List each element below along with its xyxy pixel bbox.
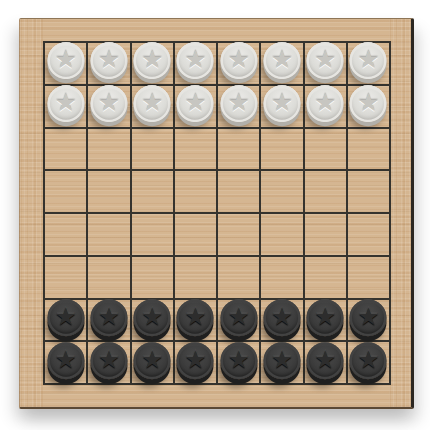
square-r2c8[interactable]: ★ [347, 85, 390, 128]
square-r4c6[interactable] [260, 170, 303, 213]
white-piece[interactable]: ★ [307, 85, 344, 122]
star-icon: ★ [98, 90, 120, 115]
white-piece[interactable]: ★ [350, 85, 387, 122]
black-piece[interactable]: ★ [263, 299, 300, 336]
square-r6c1[interactable] [44, 256, 87, 299]
square-r5c1[interactable] [44, 213, 87, 256]
square-r8c7[interactable]: ★ [304, 341, 347, 384]
square-r1c4[interactable]: ★ [174, 42, 217, 85]
star-icon: ★ [314, 304, 336, 329]
board-photo: ★★★★★★★★★★★★★★★★★★★★★★★★★★★★★★★★ [0, 0, 430, 430]
star-icon: ★ [141, 48, 163, 73]
square-r1c8[interactable]: ★ [347, 42, 390, 85]
black-piece[interactable]: ★ [90, 342, 127, 379]
square-r2c3[interactable]: ★ [131, 85, 174, 128]
square-r5c3[interactable] [131, 213, 174, 256]
black-piece[interactable]: ★ [177, 342, 214, 379]
white-piece[interactable]: ★ [350, 43, 387, 80]
star-icon: ★ [271, 48, 293, 73]
white-piece[interactable]: ★ [134, 43, 171, 80]
square-r2c4[interactable]: ★ [174, 85, 217, 128]
star-icon: ★ [141, 304, 163, 329]
square-r2c1[interactable]: ★ [44, 85, 87, 128]
star-icon: ★ [54, 90, 76, 115]
square-r6c6[interactable] [260, 256, 303, 299]
white-piece[interactable]: ★ [134, 85, 171, 122]
square-r4c1[interactable] [44, 170, 87, 213]
star-icon: ★ [184, 90, 206, 115]
square-r7c4[interactable]: ★ [174, 299, 217, 342]
star-icon: ★ [184, 304, 206, 329]
square-r1c1[interactable]: ★ [44, 42, 87, 85]
square-r3c6[interactable] [260, 128, 303, 171]
square-r5c5[interactable] [217, 213, 260, 256]
square-r6c2[interactable] [87, 256, 130, 299]
board-frame-right [389, 19, 411, 407]
square-r4c4[interactable] [174, 170, 217, 213]
black-piece[interactable]: ★ [177, 299, 214, 336]
star-icon: ★ [98, 304, 120, 329]
square-r8c8[interactable]: ★ [347, 341, 390, 384]
square-r7c6[interactable]: ★ [260, 299, 303, 342]
white-piece[interactable]: ★ [177, 85, 214, 122]
white-piece[interactable]: ★ [90, 85, 127, 122]
white-piece[interactable]: ★ [47, 43, 84, 80]
square-r7c2[interactable]: ★ [87, 299, 130, 342]
board-frame-left [20, 19, 43, 407]
star-icon: ★ [141, 347, 163, 372]
square-r8c1[interactable]: ★ [44, 341, 87, 384]
star-icon: ★ [314, 48, 336, 73]
star-icon: ★ [357, 48, 379, 73]
black-piece[interactable]: ★ [263, 342, 300, 379]
square-r3c7[interactable] [304, 128, 347, 171]
square-r6c3[interactable] [131, 256, 174, 299]
star-icon: ★ [271, 90, 293, 115]
square-r4c3[interactable] [131, 170, 174, 213]
white-piece[interactable]: ★ [220, 43, 257, 80]
square-r8c3[interactable]: ★ [131, 341, 174, 384]
board-grid: ★★★★★★★★★★★★★★★★★★★★★★★★★★★★★★★★ [43, 41, 391, 385]
star-icon: ★ [54, 304, 76, 329]
star-icon: ★ [227, 90, 249, 115]
square-r1c5[interactable]: ★ [217, 42, 260, 85]
square-r7c3[interactable]: ★ [131, 299, 174, 342]
white-piece[interactable]: ★ [47, 85, 84, 122]
white-piece[interactable]: ★ [263, 85, 300, 122]
square-r8c6[interactable]: ★ [260, 341, 303, 384]
square-r7c5[interactable]: ★ [217, 299, 260, 342]
star-icon: ★ [357, 347, 379, 372]
star-icon: ★ [314, 90, 336, 115]
square-r2c5[interactable]: ★ [217, 85, 260, 128]
square-r4c8[interactable] [347, 170, 390, 213]
square-r7c1[interactable]: ★ [44, 299, 87, 342]
square-r6c5[interactable] [217, 256, 260, 299]
black-piece[interactable]: ★ [47, 299, 84, 336]
star-icon: ★ [227, 48, 249, 73]
square-r2c7[interactable]: ★ [304, 85, 347, 128]
square-r1c2[interactable]: ★ [87, 42, 130, 85]
white-piece[interactable]: ★ [220, 85, 257, 122]
black-piece[interactable]: ★ [307, 342, 344, 379]
star-icon: ★ [227, 304, 249, 329]
square-r7c8[interactable]: ★ [347, 299, 390, 342]
star-icon: ★ [271, 304, 293, 329]
square-r5c6[interactable] [260, 213, 303, 256]
white-piece[interactable]: ★ [90, 43, 127, 80]
black-piece[interactable]: ★ [220, 342, 257, 379]
square-r6c7[interactable] [304, 256, 347, 299]
square-r1c3[interactable]: ★ [131, 42, 174, 85]
square-r3c8[interactable] [347, 128, 390, 171]
square-r5c4[interactable] [174, 213, 217, 256]
board: ★★★★★★★★★★★★★★★★★★★★★★★★★★★★★★★★ [19, 18, 414, 409]
star-icon: ★ [357, 90, 379, 115]
star-icon: ★ [184, 347, 206, 372]
square-r4c7[interactable] [304, 170, 347, 213]
star-icon: ★ [271, 347, 293, 372]
star-icon: ★ [184, 48, 206, 73]
square-r8c4[interactable]: ★ [174, 341, 217, 384]
square-r8c5[interactable]: ★ [217, 341, 260, 384]
square-r4c5[interactable] [217, 170, 260, 213]
star-icon: ★ [314, 347, 336, 372]
black-piece[interactable]: ★ [134, 342, 171, 379]
square-r3c3[interactable] [131, 128, 174, 171]
star-icon: ★ [141, 90, 163, 115]
square-r5c7[interactable] [304, 213, 347, 256]
black-piece[interactable]: ★ [350, 299, 387, 336]
black-piece[interactable]: ★ [47, 342, 84, 379]
black-piece[interactable]: ★ [350, 342, 387, 379]
black-piece[interactable]: ★ [90, 299, 127, 336]
star-icon: ★ [54, 48, 76, 73]
white-piece[interactable]: ★ [177, 43, 214, 80]
square-r4c2[interactable] [87, 170, 130, 213]
black-piece[interactable]: ★ [220, 299, 257, 336]
square-r7c7[interactable]: ★ [304, 299, 347, 342]
white-piece[interactable]: ★ [263, 43, 300, 80]
square-r6c8[interactable] [347, 256, 390, 299]
square-r1c7[interactable]: ★ [304, 42, 347, 85]
square-r3c2[interactable] [87, 128, 130, 171]
square-r3c5[interactable] [217, 128, 260, 171]
star-icon: ★ [357, 304, 379, 329]
square-r3c1[interactable] [44, 128, 87, 171]
star-icon: ★ [98, 48, 120, 73]
square-r6c4[interactable] [174, 256, 217, 299]
star-icon: ★ [227, 347, 249, 372]
square-r5c2[interactable] [87, 213, 130, 256]
black-piece[interactable]: ★ [307, 299, 344, 336]
star-icon: ★ [98, 347, 120, 372]
square-r8c2[interactable]: ★ [87, 341, 130, 384]
white-piece[interactable]: ★ [307, 43, 344, 80]
black-piece[interactable]: ★ [134, 299, 171, 336]
square-r2c6[interactable]: ★ [260, 85, 303, 128]
square-r5c8[interactable] [347, 213, 390, 256]
square-r2c2[interactable]: ★ [87, 85, 130, 128]
star-icon: ★ [54, 347, 76, 372]
square-r3c4[interactable] [174, 128, 217, 171]
square-r1c6[interactable]: ★ [260, 42, 303, 85]
